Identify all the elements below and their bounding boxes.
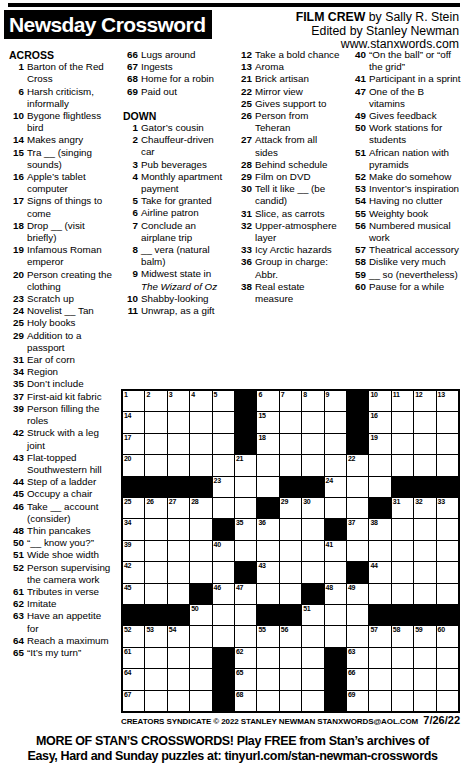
clue-text: African nation with pyramids	[369, 147, 462, 171]
cell-r1c15[interactable]: 13	[437, 391, 458, 411]
cell-r8c7[interactable]	[257, 541, 278, 561]
cell-r15c6[interactable]: 68	[235, 691, 256, 711]
clue-48: 48Thin pancakes	[8, 525, 112, 537]
cell-r3c9[interactable]	[302, 434, 323, 454]
cell-r13c11[interactable]: 63	[347, 648, 368, 668]
cell-r15c7[interactable]	[257, 691, 278, 711]
cell-r1c4[interactable]: 4	[190, 391, 211, 411]
clue-text: Weighty book	[369, 208, 462, 220]
cell-r11c10[interactable]	[325, 605, 346, 625]
clue-text: Conclude an airplane trip	[141, 220, 226, 244]
cell-r13c12[interactable]	[369, 648, 390, 668]
cell-r15c4[interactable]	[190, 691, 211, 711]
cell-r14c14[interactable]	[414, 669, 435, 689]
cell-r9c5[interactable]	[213, 562, 234, 582]
clue-33: 33Icy Arctic hazards	[236, 244, 340, 256]
cell-r6c10[interactable]	[325, 498, 346, 518]
cell-r6c1[interactable]: 25	[123, 498, 144, 518]
cell-r7c4[interactable]	[190, 519, 211, 539]
cell-r15c8[interactable]	[280, 691, 301, 711]
cell-r3c12[interactable]: 19	[369, 434, 390, 454]
clue-text: Pub beverages	[141, 159, 226, 171]
cell-r7c9[interactable]	[302, 519, 323, 539]
black-cell	[325, 519, 346, 539]
clue-text: Pause for a while	[369, 281, 462, 293]
cell-r2c10[interactable]	[325, 412, 346, 432]
cell-r13c6[interactable]: 62	[235, 648, 256, 668]
cell-r4c14[interactable]	[414, 455, 435, 475]
clue-number: 69	[122, 86, 141, 98]
cell-r3c3[interactable]	[168, 434, 189, 454]
clue-number: 35	[8, 378, 27, 390]
black-cell	[437, 605, 458, 625]
cell-r8c14[interactable]	[414, 541, 435, 561]
cell-r7c6[interactable]: 35	[235, 519, 256, 539]
cell-r15c11[interactable]: 69	[347, 691, 368, 711]
cell-r14c3[interactable]	[168, 669, 189, 689]
cell-number: 54	[169, 626, 176, 634]
clue-text: Paid out	[141, 86, 226, 98]
cell-r12c2[interactable]: 53	[145, 626, 166, 646]
clue-text: Gives feedback	[369, 110, 462, 122]
clue-29: 29Addition to a passport	[8, 330, 112, 354]
black-cell	[347, 391, 368, 411]
cell-r13c4[interactable]	[190, 648, 211, 668]
cell-r2c8[interactable]	[280, 412, 301, 432]
cell-r3c1[interactable]: 17	[123, 434, 144, 454]
cell-r4c11[interactable]: 22	[347, 455, 368, 475]
cell-r9c15[interactable]	[437, 562, 458, 582]
cell-r8c11[interactable]	[347, 541, 368, 561]
cell-r15c1[interactable]: 67	[123, 691, 144, 711]
cell-r4c13[interactable]	[392, 455, 413, 475]
cell-r7c14[interactable]	[414, 519, 435, 539]
cell-r1c1[interactable]: 1	[123, 391, 144, 411]
cell-r13c2[interactable]	[145, 648, 166, 668]
cell-r12c6[interactable]	[235, 626, 256, 646]
clue-text: Unwrap, as a gift	[141, 305, 226, 317]
cell-r12c7[interactable]: 55	[257, 626, 278, 646]
cell-r8c1[interactable]: 39	[123, 541, 144, 561]
cell-r1c13[interactable]: 11	[392, 391, 413, 411]
black-cell	[392, 477, 413, 497]
cell-r9c9[interactable]	[302, 562, 323, 582]
clue-text: Theatrical accessory	[369, 244, 462, 256]
clue-text: Have an appetite for	[27, 610, 112, 634]
cell-r6c6[interactable]	[235, 498, 256, 518]
clue-number: 6	[122, 207, 141, 219]
cell-r2c3[interactable]	[168, 412, 189, 432]
clue-number: 43	[8, 452, 27, 476]
clue-number: 65	[8, 647, 27, 659]
cell-number: 39	[124, 541, 131, 549]
cell-r9c1[interactable]: 42	[123, 562, 144, 582]
cell-r3c4[interactable]	[190, 434, 211, 454]
cell-number: 28	[191, 498, 198, 506]
cell-r14c11[interactable]: 66	[347, 669, 368, 689]
clue-text: Novelist __ Tan	[27, 305, 112, 317]
cell-r2c7[interactable]: 15	[257, 412, 278, 432]
cell-r2c12[interactable]: 16	[369, 412, 390, 432]
black-cell	[302, 584, 323, 604]
cell-r10c13[interactable]	[392, 584, 413, 604]
cell-r9c7[interactable]: 43	[257, 562, 278, 582]
clue-number: 32	[236, 220, 255, 244]
clue-text: Person supervising the camera work	[27, 562, 112, 586]
cell-r11c6[interactable]	[235, 605, 256, 625]
cell-r2c5[interactable]	[213, 412, 234, 432]
cell-r5c10[interactable]: 24	[325, 477, 346, 497]
clue-62: 62Imitate	[8, 598, 112, 610]
cell-r6c5[interactable]	[213, 498, 234, 518]
black-cell	[235, 412, 256, 432]
cell-r12c5[interactable]	[213, 626, 234, 646]
cell-r7c15[interactable]	[437, 519, 458, 539]
cell-number: 34	[124, 519, 131, 527]
cell-r1c8[interactable]: 7	[280, 391, 301, 411]
cell-r6c8[interactable]: 29	[280, 498, 301, 518]
cell-r6c9[interactable]: 30	[302, 498, 323, 518]
clue-text: Ingests	[141, 61, 226, 73]
clue-1: 1Barton of the Red Cross	[8, 61, 112, 85]
cell-r8c6[interactable]	[235, 541, 256, 561]
clue-text: Gator’s cousin	[141, 122, 226, 134]
clue-number: 16	[8, 171, 27, 195]
cell-r12c10[interactable]	[325, 626, 346, 646]
cell-r15c13[interactable]	[392, 691, 413, 711]
cell-r12c4[interactable]	[190, 626, 211, 646]
cell-r8c2[interactable]	[145, 541, 166, 561]
cell-r10c6[interactable]: 47	[235, 584, 256, 604]
cell-r9c10[interactable]	[325, 562, 346, 582]
cell-r13c14[interactable]	[414, 648, 435, 668]
clue-text: Dislike very much	[369, 256, 462, 268]
clue-number: 51	[8, 549, 27, 561]
clue-42: 42Struck with a leg joint	[8, 427, 112, 451]
clue-number: 4	[122, 171, 141, 195]
cell-r7c11[interactable]: 37	[347, 519, 368, 539]
clue-25: 25Holy books	[8, 317, 112, 329]
clue-number: 56	[350, 220, 369, 244]
cell-r14c4[interactable]	[190, 669, 211, 689]
clue-68: 68Home for a robin	[122, 73, 226, 85]
cell-r13c13[interactable]	[392, 648, 413, 668]
cell-r4c15[interactable]	[437, 455, 458, 475]
cell-r8c3[interactable]	[168, 541, 189, 561]
cell-r6c2[interactable]: 26	[145, 498, 166, 518]
cell-r4c12[interactable]	[369, 455, 390, 475]
clue-number: 55	[350, 208, 369, 220]
cell-r3c15[interactable]	[437, 434, 458, 454]
cell-r2c9[interactable]	[302, 412, 323, 432]
clue-number: 8	[122, 244, 141, 268]
clue-35: 35Don’t include	[8, 378, 112, 390]
cell-r2c14[interactable]	[414, 412, 435, 432]
cell-r5c5[interactable]: 23	[213, 477, 234, 497]
cell-r1c5[interactable]: 5	[213, 391, 234, 411]
clue-number: 22	[236, 86, 255, 98]
puzzle-title: FILM CREW	[296, 10, 366, 24]
cell-r14c13[interactable]	[392, 669, 413, 689]
cell-r3c2[interactable]	[145, 434, 166, 454]
clue-18: 18Drop __ (visit briefly)	[8, 220, 112, 244]
clue-20: 20Person creating the clothing	[8, 269, 112, 293]
cell-r10c15[interactable]	[437, 584, 458, 604]
cell-r3c7[interactable]: 18	[257, 434, 278, 454]
cell-r4c10[interactable]	[325, 455, 346, 475]
clue-text: Chauffeur-driven car	[141, 134, 226, 158]
cell-number: 36	[258, 519, 265, 527]
cell-r12c15[interactable]: 60	[437, 626, 458, 646]
cell-r14c8[interactable]	[280, 669, 301, 689]
cell-r3c10[interactable]	[325, 434, 346, 454]
cell-r3c14[interactable]	[414, 434, 435, 454]
cell-r9c8[interactable]	[280, 562, 301, 582]
cell-r3c13[interactable]	[392, 434, 413, 454]
cell-r10c12[interactable]	[369, 584, 390, 604]
cell-r13c7[interactable]	[257, 648, 278, 668]
cell-r10c14[interactable]	[414, 584, 435, 604]
cell-r12c14[interactable]: 59	[414, 626, 435, 646]
cell-r15c2[interactable]	[145, 691, 166, 711]
clue-number: 33	[236, 244, 255, 256]
cell-r1c9[interactable]: 8	[302, 391, 323, 411]
clue-number: 31	[8, 354, 27, 366]
cell-r10c11[interactable]: 49	[347, 584, 368, 604]
cell-r8c4[interactable]	[190, 541, 211, 561]
clue-number: 66	[122, 49, 141, 61]
clue-text: Take __ account (consider)	[27, 501, 112, 525]
cell-r12c11[interactable]	[347, 626, 368, 646]
cell-r5c11[interactable]	[347, 477, 368, 497]
cell-r12c8[interactable]: 56	[280, 626, 301, 646]
masthead: Newsday Crossword	[4, 10, 212, 39]
cell-r11c11[interactable]	[347, 605, 368, 625]
cell-r6c13[interactable]: 31	[392, 498, 413, 518]
cell-r15c3[interactable]	[168, 691, 189, 711]
clue-number: 26	[236, 110, 255, 134]
black-cell	[325, 669, 346, 689]
clue-52: 52Person supervising the camera work	[8, 562, 112, 586]
cell-r14c12[interactable]	[369, 669, 390, 689]
clue-number: 59	[350, 269, 369, 281]
header-rule	[8, 3, 460, 7]
cell-r1c12[interactable]: 10	[369, 391, 390, 411]
cell-r7c1[interactable]: 34	[123, 519, 144, 539]
clue-38: 38Real estate measure	[236, 281, 340, 305]
clue-56: 56Numbered musical work	[350, 220, 462, 244]
cell-number: 45	[124, 584, 131, 592]
cell-r8c15[interactable]	[437, 541, 458, 561]
cell-r12c9[interactable]	[302, 626, 323, 646]
cell-r4c7[interactable]	[257, 455, 278, 475]
cell-r8c10[interactable]: 41	[325, 541, 346, 561]
cell-r1c3[interactable]: 3	[168, 391, 189, 411]
clue-text: Scratch up	[27, 293, 112, 305]
cell-r6c4[interactable]: 28	[190, 498, 211, 518]
cell-r5c7[interactable]	[257, 477, 278, 497]
clue-number: 18	[8, 220, 27, 244]
cell-number: 7	[281, 391, 285, 399]
cell-r15c15[interactable]	[437, 691, 458, 711]
cell-r15c9[interactable]	[302, 691, 323, 711]
cell-r1c2[interactable]: 2	[145, 391, 166, 411]
cell-r2c13[interactable]	[392, 412, 413, 432]
cell-r8c5[interactable]: 40	[213, 541, 234, 561]
clue-number: 51	[350, 147, 369, 171]
clue-text: Real estate measure	[255, 281, 340, 305]
cell-r11c4[interactable]: 50	[190, 605, 211, 625]
black-cell	[168, 477, 189, 497]
cell-r7c7[interactable]: 36	[257, 519, 278, 539]
clue-number: 19	[8, 244, 27, 268]
cell-r13c9[interactable]	[302, 648, 323, 668]
cell-r8c8[interactable]	[280, 541, 301, 561]
cell-r7c12[interactable]: 38	[369, 519, 390, 539]
cell-r2c4[interactable]	[190, 412, 211, 432]
clue-number: 60	[350, 281, 369, 293]
black-cell	[235, 391, 256, 411]
clue-text: Icy Arctic hazards	[255, 244, 340, 256]
clue-14: 14Makes angry	[8, 134, 112, 146]
cell-r10c2[interactable]	[145, 584, 166, 604]
cell-r3c5[interactable]	[213, 434, 234, 454]
cell-r7c8[interactable]	[280, 519, 301, 539]
cell-r4c5[interactable]	[213, 455, 234, 475]
clue-number: 53	[350, 183, 369, 195]
clue-text: __ vera (natural balm)	[141, 244, 226, 268]
clue-number: 15	[8, 147, 27, 171]
clue-50: 50“__ know you?”	[8, 537, 112, 549]
cell-number: 60	[438, 626, 445, 634]
cell-number: 35	[236, 519, 243, 527]
cell-r10c7[interactable]	[257, 584, 278, 604]
cell-r14c15[interactable]	[437, 669, 458, 689]
cell-r13c15[interactable]	[437, 648, 458, 668]
clue-6: 6Airline patron	[122, 207, 226, 219]
cell-r2c1[interactable]: 14	[123, 412, 144, 432]
clue-30: 30Tell it like __ (be candid)	[236, 183, 340, 207]
cell-r7c2[interactable]	[145, 519, 166, 539]
cell-r12c13[interactable]: 58	[392, 626, 413, 646]
cell-r4c8[interactable]	[280, 455, 301, 475]
black-cell	[235, 562, 256, 582]
cell-number: 62	[236, 648, 243, 656]
clue-text: Wide shoe width	[27, 549, 112, 561]
cell-r4c9[interactable]	[302, 455, 323, 475]
cell-r4c3[interactable]	[168, 455, 189, 475]
cell-r11c5[interactable]	[213, 605, 234, 625]
clue-40: 40“On the ball” or “off the grid”	[350, 49, 462, 73]
cell-r9c14[interactable]	[414, 562, 435, 582]
cell-r10c3[interactable]	[168, 584, 189, 604]
cell-r3c8[interactable]	[280, 434, 301, 454]
clue-number: 52	[350, 171, 369, 183]
cell-r9c3[interactable]	[168, 562, 189, 582]
clue-8: 8__ vera (natural balm)	[122, 244, 226, 268]
cell-r5c12[interactable]	[369, 477, 390, 497]
cell-r14c2[interactable]	[145, 669, 166, 689]
cell-r1c14[interactable]: 12	[414, 391, 435, 411]
cell-r2c15[interactable]	[437, 412, 458, 432]
cell-r11c9[interactable]: 51	[302, 605, 323, 625]
cell-r13c3[interactable]	[168, 648, 189, 668]
clue-text: Bygone flightless bird	[27, 110, 112, 134]
clue-number: 28	[236, 159, 255, 171]
cell-r15c14[interactable]	[414, 691, 435, 711]
cell-number: 10	[370, 391, 377, 399]
cell-r10c1[interactable]: 45	[123, 584, 144, 604]
cell-r4c4[interactable]	[190, 455, 211, 475]
cell-r1c7[interactable]: 6	[257, 391, 278, 411]
clue-text: Infamous Roman emperor	[27, 244, 112, 268]
cell-r8c13[interactable]	[392, 541, 413, 561]
cell-r2c2[interactable]	[145, 412, 166, 432]
cell-r9c13[interactable]	[392, 562, 413, 582]
clue-15: 15Tra __ (singing sounds)	[8, 147, 112, 171]
cell-r6c14[interactable]: 32	[414, 498, 435, 518]
cell-r13c1[interactable]: 61	[123, 648, 144, 668]
cell-r4c2[interactable]	[145, 455, 166, 475]
cell-r10c5[interactable]: 46	[213, 584, 234, 604]
cell-r6c3[interactable]: 27	[168, 498, 189, 518]
clue-text: __ so (nevertheless)	[369, 269, 462, 281]
clue-number: 58	[350, 256, 369, 268]
cell-r7c3[interactable]	[168, 519, 189, 539]
cell-r4c1[interactable]: 20	[123, 455, 144, 475]
clue-3: 3Pub beverages	[122, 159, 226, 171]
cell-r8c12[interactable]	[369, 541, 390, 561]
clue-number: 13	[236, 61, 255, 73]
cell-r14c1[interactable]: 64	[123, 669, 144, 689]
clue-50: 50Work stations for students	[350, 122, 462, 146]
cell-r6c11[interactable]	[347, 498, 368, 518]
cell-r9c2[interactable]	[145, 562, 166, 582]
clue-36: 36Group in charge: Abbr.	[236, 256, 340, 280]
cell-r9c4[interactable]	[190, 562, 211, 582]
black-cell	[392, 605, 413, 625]
cell-r12c3[interactable]: 54	[168, 626, 189, 646]
cell-r13c8[interactable]	[280, 648, 301, 668]
cell-r8c9[interactable]	[302, 541, 323, 561]
black-cell	[213, 691, 234, 711]
cell-r14c9[interactable]	[302, 669, 323, 689]
cell-r10c8[interactable]	[280, 584, 301, 604]
cell-r14c7[interactable]	[257, 669, 278, 689]
cell-number: 25	[124, 498, 131, 506]
clue-number: 44	[8, 476, 27, 488]
clue-text: Ear of corn	[27, 354, 112, 366]
clue-61: 61Tributes in verse	[8, 586, 112, 598]
cell-r1c10[interactable]: 9	[325, 391, 346, 411]
cell-r12c12[interactable]: 57	[369, 626, 390, 646]
cell-r7c13[interactable]	[392, 519, 413, 539]
black-cell	[213, 519, 234, 539]
cell-r4c6[interactable]: 21	[235, 455, 256, 475]
clue-10: 10Shabby-looking	[122, 293, 226, 305]
clue-52: 52Make do somehow	[350, 171, 462, 183]
clue-number: 29	[236, 171, 255, 183]
cell-r15c12[interactable]	[369, 691, 390, 711]
cell-r6c15[interactable]: 33	[437, 498, 458, 518]
clue-57: 57Theatrical accessory	[350, 244, 462, 256]
cell-r10c10[interactable]: 48	[325, 584, 346, 604]
clue-text: Occupy a chair	[27, 488, 112, 500]
cell-r12c1[interactable]: 52	[123, 626, 144, 646]
cell-r9c12[interactable]: 44	[369, 562, 390, 582]
cell-r5c6[interactable]	[235, 477, 256, 497]
cell-r14c6[interactable]: 65	[235, 669, 256, 689]
